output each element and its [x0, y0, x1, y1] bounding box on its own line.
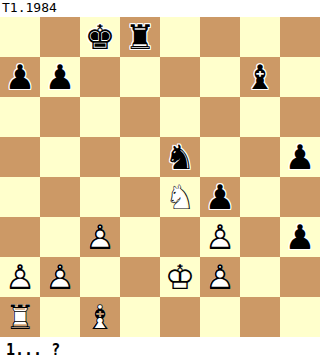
square-d5[interactable]	[120, 137, 160, 177]
piece-white-knight: ♞♘	[160, 177, 200, 217]
square-a2[interactable]: ♟♙	[0, 257, 40, 297]
move-prompt: 1... ?	[0, 337, 320, 359]
piece-glyph: ♞	[160, 177, 200, 217]
piece-glyph: ♟	[280, 217, 320, 257]
square-e2[interactable]: ♚♔	[160, 257, 200, 297]
square-d2[interactable]	[120, 257, 160, 297]
piece-white-king: ♚♔	[160, 257, 200, 297]
square-c5[interactable]	[80, 137, 120, 177]
square-e3[interactable]	[160, 217, 200, 257]
piece-outline-glyph: ♙	[80, 217, 120, 257]
square-f6[interactable]	[200, 97, 240, 137]
piece-glyph: ♟	[200, 217, 240, 257]
square-e6[interactable]	[160, 97, 200, 137]
piece-white-pawn: ♟♙	[40, 257, 80, 297]
square-f3[interactable]: ♟♙	[200, 217, 240, 257]
square-e4[interactable]: ♞♘	[160, 177, 200, 217]
piece-black-pawn: ♟	[40, 57, 80, 97]
square-d3[interactable]	[120, 217, 160, 257]
square-f7[interactable]	[200, 57, 240, 97]
square-h8[interactable]	[280, 17, 320, 57]
square-c4[interactable]	[80, 177, 120, 217]
square-a5[interactable]	[0, 137, 40, 177]
square-h5[interactable]: ♟	[280, 137, 320, 177]
square-g2[interactable]	[240, 257, 280, 297]
piece-white-pawn: ♟♙	[200, 217, 240, 257]
square-d8[interactable]: ♜	[120, 17, 160, 57]
piece-glyph: ♜	[0, 297, 40, 337]
square-f2[interactable]: ♟♙	[200, 257, 240, 297]
piece-black-knight: ♞	[160, 137, 200, 177]
chess-board: ♚♜♟♟♝♞♟♞♘♟♟♙♟♙♟♟♙♟♙♚♔♟♙♜♖♝♗	[0, 17, 320, 337]
square-g8[interactable]	[240, 17, 280, 57]
square-b5[interactable]	[40, 137, 80, 177]
square-f5[interactable]	[200, 137, 240, 177]
piece-glyph: ♟	[40, 257, 80, 297]
piece-black-pawn: ♟	[200, 177, 240, 217]
piece-white-pawn: ♟♙	[0, 257, 40, 297]
piece-black-pawn: ♟	[280, 217, 320, 257]
square-b2[interactable]: ♟♙	[40, 257, 80, 297]
piece-white-pawn: ♟♙	[80, 217, 120, 257]
piece-white-bishop: ♝♗	[80, 297, 120, 337]
piece-glyph: ♟	[0, 257, 40, 297]
square-a7[interactable]: ♟	[0, 57, 40, 97]
square-h7[interactable]	[280, 57, 320, 97]
square-h3[interactable]: ♟	[280, 217, 320, 257]
piece-outline-glyph: ♙	[200, 257, 240, 297]
square-a8[interactable]	[0, 17, 40, 57]
square-g5[interactable]	[240, 137, 280, 177]
piece-glyph: ♟	[200, 177, 240, 217]
square-e8[interactable]	[160, 17, 200, 57]
square-b3[interactable]	[40, 217, 80, 257]
square-h4[interactable]	[280, 177, 320, 217]
piece-glyph: ♚	[80, 17, 120, 57]
square-g6[interactable]	[240, 97, 280, 137]
piece-black-bishop: ♝	[240, 57, 280, 97]
piece-black-pawn: ♟	[280, 137, 320, 177]
square-h1[interactable]	[280, 297, 320, 337]
piece-outline-glyph: ♙	[40, 257, 80, 297]
piece-glyph: ♟	[280, 137, 320, 177]
piece-glyph: ♟	[0, 57, 40, 97]
piece-glyph: ♝	[80, 297, 120, 337]
square-f8[interactable]	[200, 17, 240, 57]
piece-glyph: ♟	[80, 217, 120, 257]
piece-outline-glyph: ♙	[200, 217, 240, 257]
square-b7[interactable]: ♟	[40, 57, 80, 97]
square-g1[interactable]	[240, 297, 280, 337]
piece-black-rook: ♜	[120, 17, 160, 57]
square-c6[interactable]	[80, 97, 120, 137]
square-b6[interactable]	[40, 97, 80, 137]
square-g7[interactable]: ♝	[240, 57, 280, 97]
piece-black-pawn: ♟	[0, 57, 40, 97]
square-c1[interactable]: ♝♗	[80, 297, 120, 337]
square-c2[interactable]	[80, 257, 120, 297]
square-e1[interactable]	[160, 297, 200, 337]
square-d4[interactable]	[120, 177, 160, 217]
piece-outline-glyph: ♖	[0, 297, 40, 337]
square-b4[interactable]	[40, 177, 80, 217]
piece-outline-glyph: ♘	[160, 177, 200, 217]
square-f4[interactable]: ♟	[200, 177, 240, 217]
chess-puzzle-page: T1.1984 ♚♜♟♟♝♞♟♞♘♟♟♙♟♙♟♟♙♟♙♚♔♟♙♜♖♝♗ 1...…	[0, 0, 320, 360]
square-d6[interactable]	[120, 97, 160, 137]
square-e5[interactable]: ♞	[160, 137, 200, 177]
square-c7[interactable]	[80, 57, 120, 97]
square-g4[interactable]	[240, 177, 280, 217]
square-b1[interactable]	[40, 297, 80, 337]
piece-glyph: ♞	[160, 137, 200, 177]
square-g3[interactable]	[240, 217, 280, 257]
piece-outline-glyph: ♙	[0, 257, 40, 297]
square-d1[interactable]	[120, 297, 160, 337]
square-a4[interactable]	[0, 177, 40, 217]
square-h6[interactable]	[280, 97, 320, 137]
piece-white-pawn: ♟♙	[200, 257, 240, 297]
piece-glyph: ♜	[120, 17, 160, 57]
piece-black-king: ♚	[80, 17, 120, 57]
square-a3[interactable]	[0, 217, 40, 257]
square-c8[interactable]: ♚	[80, 17, 120, 57]
square-a1[interactable]: ♜♖	[0, 297, 40, 337]
square-e7[interactable]	[160, 57, 200, 97]
square-c3[interactable]: ♟♙	[80, 217, 120, 257]
piece-glyph: ♟	[200, 257, 240, 297]
square-a6[interactable]	[0, 97, 40, 137]
piece-outline-glyph: ♗	[80, 297, 120, 337]
piece-outline-glyph: ♔	[160, 257, 200, 297]
puzzle-title: T1.1984	[0, 0, 320, 17]
piece-glyph: ♟	[40, 57, 80, 97]
square-f1[interactable]	[200, 297, 240, 337]
square-d7[interactable]	[120, 57, 160, 97]
piece-glyph: ♚	[160, 257, 200, 297]
piece-white-rook: ♜♖	[0, 297, 40, 337]
square-h2[interactable]	[280, 257, 320, 297]
square-b8[interactable]	[40, 17, 80, 57]
piece-glyph: ♝	[240, 57, 280, 97]
